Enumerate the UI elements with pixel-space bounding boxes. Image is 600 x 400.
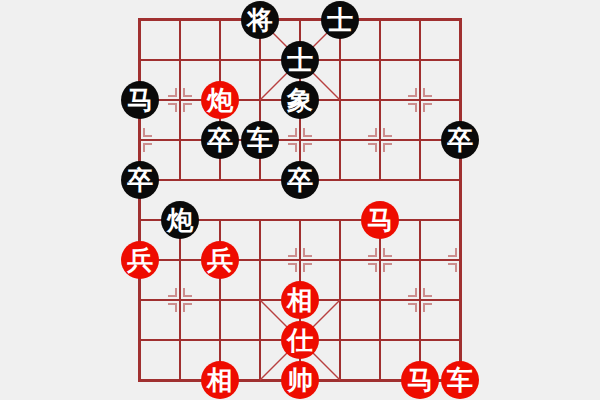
pieces-layer: 将士士马炮象卒车卒卒卒炮马兵兵相仕相帅马车	[0, 0, 600, 400]
piece-red-elephant-2[interactable]: 相	[201, 361, 239, 399]
piece-black-pawn-2[interactable]: 卒	[441, 121, 479, 159]
piece-red-pawn-1[interactable]: 兵	[121, 241, 159, 279]
piece-red-pawn-2[interactable]: 兵	[201, 241, 239, 279]
piece-black-elephant[interactable]: 象	[281, 81, 319, 119]
piece-red-elephant-1[interactable]: 相	[281, 281, 319, 319]
piece-black-pawn-1[interactable]: 卒	[201, 121, 239, 159]
piece-black-pawn-3[interactable]: 卒	[121, 161, 159, 199]
xiangqi-board: 将士士马炮象卒车卒卒卒炮马兵兵相仕相帅马车	[0, 0, 600, 400]
piece-black-general[interactable]: 将	[241, 1, 279, 39]
piece-black-horse[interactable]: 马	[121, 81, 159, 119]
piece-black-cannon[interactable]: 炮	[161, 201, 199, 239]
piece-red-horse-1[interactable]: 马	[361, 201, 399, 239]
piece-red-advisor[interactable]: 仕	[281, 321, 319, 359]
piece-black-chariot[interactable]: 车	[241, 121, 279, 159]
piece-black-advisor-2[interactable]: 士	[281, 41, 319, 79]
piece-black-pawn-4[interactable]: 卒	[281, 161, 319, 199]
piece-red-general[interactable]: 帅	[281, 361, 319, 399]
piece-red-chariot[interactable]: 车	[441, 361, 479, 399]
piece-black-advisor-1[interactable]: 士	[321, 1, 359, 39]
piece-red-cannon[interactable]: 炮	[201, 81, 239, 119]
piece-red-horse-2[interactable]: 马	[401, 361, 439, 399]
